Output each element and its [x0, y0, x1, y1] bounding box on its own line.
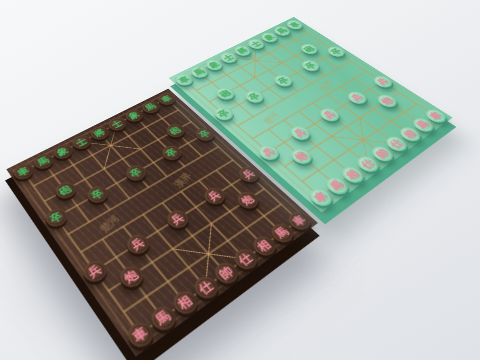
piece-near-cannon[interactable]: 炮 — [233, 189, 262, 212]
piece-far-cannon[interactable]: 砲 — [297, 42, 320, 56]
piece-far-soldier[interactable]: 卒 — [158, 143, 184, 163]
piece-far-soldier[interactable]: 卒 — [241, 88, 266, 105]
piece-near-soldier[interactable]: 兵 — [344, 89, 370, 106]
piece-near-soldier[interactable]: 兵 — [234, 164, 262, 185]
piece-character: 兵 — [318, 107, 339, 122]
piece-character: 士 — [108, 117, 127, 132]
piece-near-soldier[interactable]: 兵 — [79, 257, 110, 286]
piece-near-chariot[interactable]: 車 — [284, 208, 314, 233]
piece-character: 車 — [157, 92, 175, 105]
piece-near-advisor[interactable]: 仕 — [189, 272, 222, 302]
piece-far-cannon[interactable]: 砲 — [162, 121, 187, 139]
piece-far-soldier[interactable]: 卒 — [210, 105, 236, 123]
piece-character: 車 — [127, 320, 153, 348]
piece-character: 砲 — [300, 43, 319, 54]
piece-character: 車 — [175, 73, 193, 86]
piece-character: 相 — [251, 235, 276, 257]
piece-character: 兵 — [203, 186, 225, 205]
piece-character: 車 — [13, 163, 32, 180]
piece-near-cannon[interactable]: 炮 — [287, 146, 315, 167]
piece-far-soldier[interactable]: 卒 — [298, 58, 322, 73]
piece-near-soldier[interactable]: 兵 — [254, 142, 282, 163]
piece-character: 卒 — [244, 90, 264, 104]
piece-character: 卒 — [125, 164, 145, 182]
piece-character: 象 — [53, 143, 72, 159]
piece-character: 卒 — [87, 185, 108, 204]
piece-character: 卒 — [301, 60, 320, 72]
piece-character: 兵 — [126, 233, 149, 255]
piece-far-cannon[interactable]: 砲 — [51, 179, 78, 202]
piece-character: 炮 — [290, 148, 313, 165]
piece-character: 象 — [125, 108, 143, 122]
piece-character: 士 — [72, 134, 91, 150]
studio-background: 楚河 漢界 車馬象士將士象馬車砲砲卒卒卒卒卒兵兵兵兵兵炮炮車馬相仕帥仕相馬車 楚… — [0, 0, 480, 360]
piece-near-soldier[interactable]: 兵 — [370, 74, 395, 90]
scene-3d: 楚河 漢界 車馬象士將士象馬車砲砲卒卒卒卒卒兵兵兵兵兵炮炮車馬相仕帥仕相馬車 楚… — [0, 0, 480, 360]
piece-character: 兵 — [83, 259, 106, 283]
piece-near-cannon[interactable]: 炮 — [115, 262, 147, 291]
piece-near-soldier[interactable]: 兵 — [122, 231, 152, 258]
piece-character: 炮 — [236, 191, 259, 210]
piece-near-horse[interactable]: 馬 — [146, 302, 180, 335]
piece-character: 馬 — [141, 100, 159, 114]
piece-near-soldier[interactable]: 兵 — [200, 184, 229, 207]
piece-character: 馬 — [34, 153, 53, 170]
piece-character: 卒 — [46, 207, 67, 227]
river-text-han-jie: 漢界 — [171, 170, 194, 189]
piece-character: 炮 — [119, 264, 143, 288]
xiangqi-set-display: 楚河 漢界 車馬象士將士象馬車砲砲卒卒卒卒卒兵兵兵兵兵炮炮車馬相仕帥仕相馬車 楚… — [6, 27, 447, 356]
piece-character: 兵 — [237, 165, 259, 183]
piece-character: 卒 — [195, 126, 215, 141]
piece-character: 馬 — [190, 66, 208, 79]
piece-character: 卒 — [326, 46, 345, 58]
piece-character: 仕 — [193, 275, 218, 300]
piece-character: 兵 — [166, 209, 188, 229]
piece-character: 卒 — [213, 106, 233, 121]
piece-near-chariot[interactable]: 車 — [123, 317, 157, 351]
piece-character: 車 — [308, 187, 332, 207]
piece-far-soldier[interactable]: 卒 — [271, 73, 296, 89]
piece-near-cannon[interactable]: 炮 — [374, 92, 400, 109]
piece-near-soldier[interactable]: 兵 — [286, 123, 313, 142]
piece-character: 兵 — [346, 91, 367, 105]
piece-character: 兵 — [257, 144, 279, 161]
piece-character: 兵 — [289, 125, 311, 141]
piece-far-soldier[interactable]: 卒 — [42, 205, 71, 230]
piece-character: 士 — [219, 52, 237, 64]
piece-character: 兵 — [372, 75, 393, 88]
piece-character: 將 — [233, 45, 251, 57]
piece-character: 馬 — [269, 222, 293, 243]
piece-far-elephant[interactable]: 象 — [50, 142, 76, 162]
piece-character: 車 — [287, 210, 311, 230]
piece-far-soldier[interactable]: 卒 — [324, 45, 347, 59]
piece-character: 仕 — [233, 248, 258, 271]
piece-far-cannon[interactable]: 砲 — [213, 85, 238, 102]
piece-character: 卒 — [273, 74, 292, 87]
piece-near-general[interactable]: 帥 — [210, 259, 242, 288]
piece-far-horse[interactable]: 馬 — [30, 151, 56, 172]
piece-near-advisor[interactable]: 仕 — [229, 245, 261, 273]
piece-character: 相 — [172, 289, 198, 315]
piece-character: 砲 — [215, 87, 234, 101]
piece-far-chariot[interactable]: 車 — [10, 161, 36, 182]
piece-character: 砲 — [55, 181, 75, 200]
piece-character: 馬 — [150, 305, 176, 332]
piece-character: 砲 — [165, 123, 184, 138]
piece-near-elephant[interactable]: 相 — [168, 287, 201, 319]
piece-character: 炮 — [376, 94, 397, 108]
piece-far-soldier[interactable]: 卒 — [192, 125, 218, 144]
piece-near-elephant[interactable]: 相 — [248, 232, 279, 259]
piece-far-soldier[interactable]: 卒 — [83, 183, 111, 206]
piece-character: 帥 — [213, 261, 238, 285]
river-text-chu-he: 楚河 — [96, 212, 122, 235]
piece-near-soldier[interactable]: 兵 — [162, 207, 191, 232]
piece-character: 卒 — [161, 145, 181, 161]
piece-far-soldier[interactable]: 卒 — [122, 162, 149, 183]
piece-near-horse[interactable]: 馬 — [266, 220, 297, 246]
piece-character: 將 — [90, 125, 109, 140]
piece-character: 象 — [205, 59, 223, 71]
piece-near-soldier[interactable]: 兵 — [316, 106, 342, 124]
